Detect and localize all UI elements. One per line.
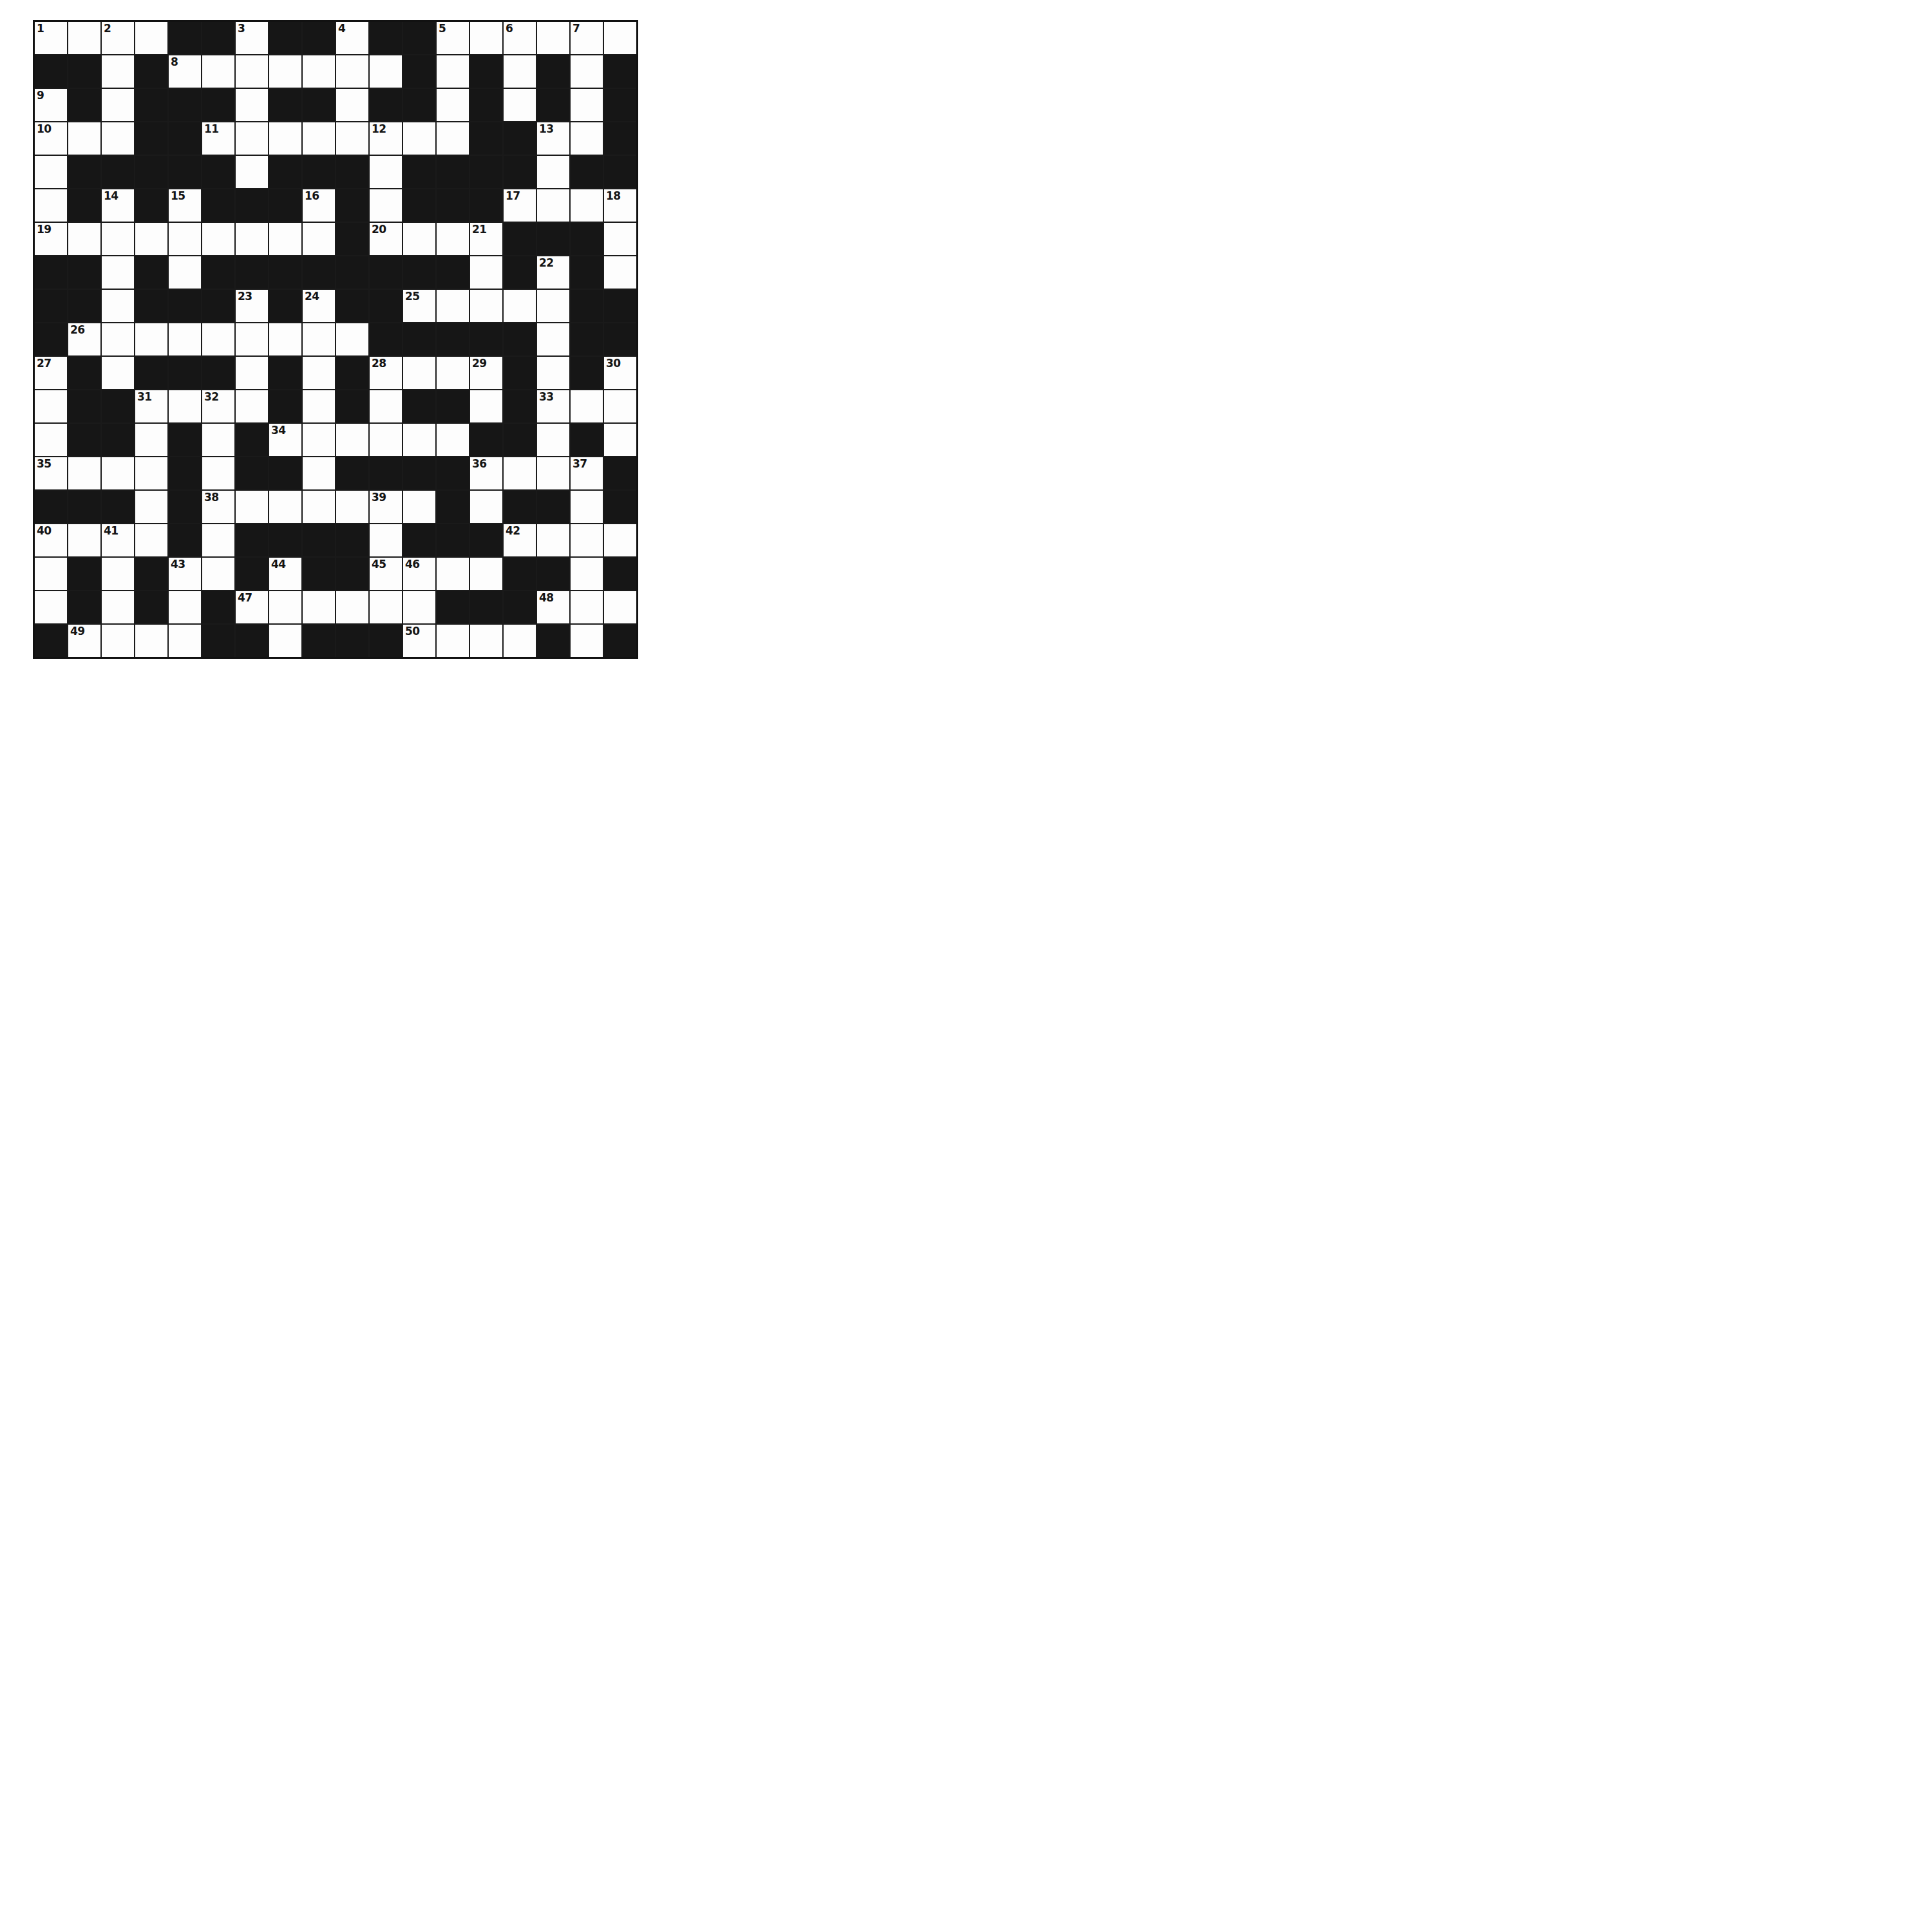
cell-r4c2[interactable] [68,122,100,155]
cell-r3c1[interactable]: 9 [35,89,67,121]
cell-r9c15[interactable] [504,290,536,322]
cell-r18c12[interactable] [403,591,435,623]
cell-r6c15[interactable]: 17 [504,189,536,222]
cell-r15c1 [35,491,67,523]
cell-r7c6[interactable] [202,223,234,255]
cell-r2c7[interactable] [236,55,268,88]
page: 1234567891011121314151617181920212223242… [0,0,644,663]
cell-r17c13[interactable] [437,558,469,590]
cell-r19c14[interactable] [470,625,502,657]
cell-r13c13[interactable] [437,424,469,456]
cell-r9c18 [604,290,636,322]
cell-r3c9 [303,89,335,121]
cell-r3c7[interactable] [236,89,268,121]
cell-r14c9[interactable] [303,457,335,489]
cell-r15c18 [604,491,636,523]
cell-r8c9 [303,256,335,289]
clue-number: 33 [539,391,554,403]
cell-r14c16[interactable] [537,457,569,489]
cell-r14c14[interactable]: 36 [470,457,502,489]
cell-r7c16 [537,223,569,255]
cell-r14c15[interactable] [504,457,536,489]
cell-r16c3[interactable]: 41 [102,524,134,556]
cell-r5c17 [571,156,603,188]
cell-r1c2[interactable] [68,22,100,54]
cell-r18c17[interactable] [571,591,603,623]
cell-r10c6[interactable] [202,323,234,355]
cell-r2c10[interactable] [336,55,368,88]
cell-r9c6 [202,290,234,322]
cell-r4c3[interactable] [102,122,134,155]
clue-number: 13 [539,123,554,135]
clue-number: 46 [405,558,420,571]
cell-r19c16 [537,625,569,657]
cell-r16c16[interactable] [537,524,569,556]
cell-r3c15[interactable] [504,89,536,121]
cell-r8c16[interactable]: 22 [537,256,569,289]
cell-r19c13[interactable] [437,625,469,657]
cell-r2c6[interactable] [202,55,234,88]
cell-r1c17[interactable]: 7 [571,22,603,54]
cell-r6c17[interactable] [571,189,603,222]
cell-r2c15[interactable] [504,55,536,88]
cell-r19c4[interactable] [135,625,167,657]
cell-r13c18[interactable] [604,424,636,456]
cell-r9c4 [135,290,167,322]
cell-r12c9[interactable] [303,390,335,422]
cell-r13c7 [236,424,268,456]
clue-number: 4 [338,23,345,35]
cell-r17c8[interactable]: 44 [269,558,301,590]
cell-r5c4 [135,156,167,188]
cell-r8c5[interactable] [169,256,201,289]
cell-r1c13[interactable]: 5 [437,22,469,54]
cell-r13c14 [470,424,502,456]
cell-r16c11[interactable] [370,524,402,556]
cell-r4c11[interactable]: 12 [370,122,402,155]
cell-r12c5[interactable] [169,390,201,422]
cell-r19c15[interactable] [504,625,536,657]
cell-r19c1 [35,625,67,657]
cell-r7c7[interactable] [236,223,268,255]
cell-r1c10[interactable]: 4 [336,22,368,54]
cell-r10c14 [470,323,502,355]
cell-r10c9[interactable] [303,323,335,355]
clue-number: 26 [70,324,85,336]
cell-r9c9[interactable]: 24 [303,290,335,322]
cell-r15c7[interactable] [236,491,268,523]
cell-r4c8[interactable] [269,122,301,155]
cell-r8c15 [504,256,536,289]
cell-r2c2 [68,55,100,88]
cell-r18c6 [202,591,234,623]
clue-number: 40 [37,525,52,537]
cell-r18c11[interactable] [370,591,402,623]
cell-r12c18[interactable] [604,390,636,422]
cell-r16c17[interactable] [571,524,603,556]
cell-r17c2 [68,558,100,590]
cell-r14c8 [269,457,301,489]
cell-r1c18[interactable] [604,22,636,54]
cell-r8c18[interactable] [604,256,636,289]
cell-r15c11[interactable]: 39 [370,491,402,523]
cell-r12c6[interactable]: 32 [202,390,234,422]
cell-r2c5[interactable]: 8 [169,55,201,88]
cell-r17c4 [135,558,167,590]
cell-r16c10 [336,524,368,556]
cell-r11c12[interactable] [403,357,435,389]
clue-number: 20 [372,223,386,236]
cell-r19c8[interactable] [269,625,301,657]
cell-r1c1[interactable]: 1 [35,22,67,54]
clue-number: 49 [70,625,85,638]
cell-r13c16[interactable] [537,424,569,456]
cell-r2c8[interactable] [269,55,301,88]
cell-r9c12[interactable]: 25 [403,290,435,322]
cell-r15c4[interactable] [135,491,167,523]
cell-r12c10 [336,390,368,422]
cell-r17c1[interactable] [35,558,67,590]
cell-r17c12[interactable]: 46 [403,558,435,590]
cell-r10c11 [370,323,402,355]
cell-r10c17 [571,323,603,355]
clue-number: 5 [439,23,446,35]
cell-r11c1[interactable]: 27 [35,357,67,389]
cell-r11c5 [169,357,201,389]
cell-r18c8[interactable] [269,591,301,623]
cell-r9c7[interactable]: 23 [236,290,268,322]
cell-r12c4[interactable]: 31 [135,390,167,422]
cell-r7c5[interactable] [169,223,201,255]
cell-r3c13[interactable] [437,89,469,121]
cell-r8c11 [370,256,402,289]
cell-r11c7[interactable] [236,357,268,389]
cell-r9c11 [370,290,402,322]
cell-r14c17[interactable]: 37 [571,457,603,489]
cell-r17c17[interactable] [571,558,603,590]
cell-r4c12[interactable] [403,122,435,155]
cell-r8c1 [35,256,67,289]
cell-r18c1[interactable] [35,591,67,623]
cell-r12c2 [68,390,100,422]
cell-r14c3[interactable] [102,457,134,489]
cell-r18c18[interactable] [604,591,636,623]
cell-r2c3[interactable] [102,55,134,88]
cell-r4c18 [604,122,636,155]
cell-r7c2[interactable] [68,223,100,255]
cell-r17c15 [504,558,536,590]
cell-r5c7[interactable] [236,156,268,188]
cell-r9c3[interactable] [102,290,134,322]
cell-r15c17[interactable] [571,491,603,523]
cell-r18c3[interactable] [102,591,134,623]
clue-number: 14 [104,190,118,202]
cell-r11c4 [135,357,167,389]
cell-r2c12 [403,55,435,88]
cell-r14c6[interactable] [202,457,234,489]
cell-r10c2[interactable]: 26 [68,323,100,355]
cell-r4c7[interactable] [236,122,268,155]
cell-r14c4[interactable] [135,457,167,489]
cell-r15c6[interactable]: 38 [202,491,234,523]
cell-r17c11[interactable]: 45 [370,558,402,590]
cell-r14c10 [336,457,368,489]
clue-number: 16 [305,190,319,202]
cell-r3c4 [135,89,167,121]
cell-r7c12[interactable] [403,223,435,255]
cell-r11c11[interactable]: 28 [370,357,402,389]
cell-r14c18 [604,457,636,489]
cell-r6c3[interactable]: 14 [102,189,134,222]
cell-r17c6[interactable] [202,558,234,590]
cell-r10c7[interactable] [236,323,268,355]
cell-r10c4[interactable] [135,323,167,355]
cell-r17c5[interactable]: 43 [169,558,201,590]
cell-r13c8[interactable]: 34 [269,424,301,456]
cell-r6c1[interactable] [35,189,67,222]
cell-r8c13 [437,256,469,289]
cell-r4c10[interactable] [336,122,368,155]
cell-r9c17 [571,290,603,322]
cell-r5c16[interactable] [537,156,569,188]
cell-r11c13[interactable] [437,357,469,389]
cell-r14c2[interactable] [68,457,100,489]
cell-r13c9[interactable] [303,424,335,456]
cell-r16c7 [236,524,268,556]
cell-r8c7 [236,256,268,289]
clue-number: 12 [372,123,386,135]
cell-r18c16[interactable]: 48 [537,591,569,623]
cell-r3c3[interactable] [102,89,134,121]
cell-r10c3[interactable] [102,323,134,355]
cell-r19c2[interactable]: 49 [68,625,100,657]
clue-number: 30 [606,357,621,370]
cell-r9c8 [269,290,301,322]
cell-r5c14 [470,156,502,188]
cell-r11c18[interactable]: 30 [604,357,636,389]
cell-r14c7 [236,457,268,489]
cell-r17c14[interactable] [470,558,502,590]
cell-r11c14[interactable]: 29 [470,357,502,389]
cell-r14c11 [370,457,402,489]
cell-r1c16[interactable] [537,22,569,54]
cell-r12c17[interactable] [571,390,603,422]
cell-r13c6[interactable] [202,424,234,456]
cell-r10c13 [437,323,469,355]
cell-r10c16[interactable] [537,323,569,355]
cell-r13c3 [102,424,134,456]
cell-r4c5 [169,122,201,155]
cell-r15c13 [437,491,469,523]
cell-r18c10[interactable] [336,591,368,623]
cell-r2c17[interactable] [571,55,603,88]
cell-r12c16[interactable]: 33 [537,390,569,422]
cell-r13c2 [68,424,100,456]
cell-r16c15[interactable]: 42 [504,524,536,556]
cell-r4c17[interactable] [571,122,603,155]
cell-r13c4[interactable] [135,424,167,456]
cell-r13c10[interactable] [336,424,368,456]
cell-r3c5 [169,89,201,121]
clue-number: 22 [539,257,554,269]
cell-r3c10[interactable] [336,89,368,121]
cell-r12c11[interactable] [370,390,402,422]
cell-r14c1[interactable]: 35 [35,457,67,489]
cell-r16c2[interactable] [68,524,100,556]
cell-r6c18[interactable]: 18 [604,189,636,222]
cell-r18c7[interactable]: 47 [236,591,268,623]
cell-r17c18 [604,558,636,590]
clue-number: 36 [472,458,487,470]
cell-r1c4[interactable] [135,22,167,54]
cell-r7c4[interactable] [135,223,167,255]
cell-r6c10 [336,189,368,222]
cell-r3c8 [269,89,301,121]
cell-r16c14 [470,524,502,556]
cell-r16c12 [403,524,435,556]
cell-r2c18 [604,55,636,88]
cell-r4c1[interactable]: 10 [35,122,67,155]
cell-r5c1[interactable] [35,156,67,188]
cell-r16c1[interactable]: 40 [35,524,67,556]
clue-number: 48 [539,592,554,604]
cell-r11c9[interactable] [303,357,335,389]
clue-number: 42 [506,525,520,537]
cell-r5c3 [102,156,134,188]
clue-number: 29 [472,357,487,370]
cell-r13c11[interactable] [370,424,402,456]
cell-r9c13[interactable] [437,290,469,322]
cell-r19c17[interactable] [571,625,603,657]
cell-r15c2 [68,491,100,523]
cell-r7c13[interactable] [437,223,469,255]
cell-r2c11[interactable] [370,55,402,88]
cell-r14c13 [437,457,469,489]
cell-r6c9[interactable]: 16 [303,189,335,222]
cell-r2c4 [135,55,167,88]
cell-r4c13[interactable] [437,122,469,155]
cell-r8c3[interactable] [102,256,134,289]
cell-r3c14 [470,89,502,121]
cell-r1c8 [269,22,301,54]
clue-number: 47 [238,592,252,604]
cell-r9c14[interactable] [470,290,502,322]
cell-r15c15 [504,491,536,523]
cell-r5c6 [202,156,234,188]
cell-r7c11[interactable]: 20 [370,223,402,255]
cell-r15c14[interactable] [470,491,502,523]
clue-number: 2 [104,23,111,35]
cell-r7c8[interactable] [269,223,301,255]
cell-r3c6 [202,89,234,121]
cell-r7c3[interactable] [102,223,134,255]
cell-r1c15[interactable]: 6 [504,22,536,54]
cell-r8c14[interactable] [470,256,502,289]
cell-r15c8[interactable] [269,491,301,523]
cell-r12c3 [102,390,134,422]
cell-r18c5[interactable] [169,591,201,623]
clue-number: 3 [238,23,245,35]
clue-number: 39 [372,491,386,504]
cell-r10c1 [35,323,67,355]
cell-r1c3[interactable]: 2 [102,22,134,54]
cell-r15c5 [169,491,201,523]
cell-r18c9[interactable] [303,591,335,623]
clue-number: 24 [305,290,319,303]
cell-r19c11 [370,625,402,657]
cell-r5c10 [336,156,368,188]
cell-r12c1[interactable] [35,390,67,422]
cell-r4c6[interactable]: 11 [202,122,234,155]
cell-r19c5[interactable] [169,625,201,657]
cell-r11c16[interactable] [537,357,569,389]
cell-r11c3[interactable] [102,357,134,389]
clue-number: 19 [37,223,52,236]
cell-r16c18[interactable] [604,524,636,556]
cell-r12c14[interactable] [470,390,502,422]
cell-r18c15 [504,591,536,623]
cell-r12c7[interactable] [236,390,268,422]
cell-r3c17[interactable] [571,89,603,121]
cell-r11c17 [571,357,603,389]
cell-r6c16[interactable] [537,189,569,222]
clue-number: 9 [37,90,44,102]
cell-r13c1[interactable] [35,424,67,456]
cell-r10c8[interactable] [269,323,301,355]
cell-r7c9[interactable] [303,223,335,255]
cell-r19c10 [336,625,368,657]
cell-r5c18 [604,156,636,188]
cell-r10c5[interactable] [169,323,201,355]
cell-r2c13[interactable] [437,55,469,88]
cell-r5c15 [504,156,536,188]
cell-r4c4 [135,122,167,155]
cell-r15c9[interactable] [303,491,335,523]
cell-r16c4[interactable] [135,524,167,556]
cell-r1c7[interactable]: 3 [236,22,268,54]
cell-r8c10 [336,256,368,289]
cell-r16c6[interactable] [202,524,234,556]
cell-r7c18[interactable] [604,223,636,255]
clue-number: 8 [171,56,178,68]
cell-r6c11[interactable] [370,189,402,222]
cell-r4c15 [504,122,536,155]
cell-r15c12[interactable] [403,491,435,523]
cell-r6c5[interactable]: 15 [169,189,201,222]
cell-r13c12[interactable] [403,424,435,456]
cell-r10c10[interactable] [336,323,368,355]
cell-r2c1 [35,55,67,88]
cell-r8c17 [571,256,603,289]
cell-r17c3[interactable] [102,558,134,590]
cell-r10c12 [403,323,435,355]
cell-r8c12 [403,256,435,289]
cell-r19c3[interactable] [102,625,134,657]
cell-r7c1[interactable]: 19 [35,223,67,255]
cell-r5c11[interactable] [370,156,402,188]
cell-r13c17 [571,424,603,456]
cell-r4c9[interactable] [303,122,335,155]
cell-r19c12[interactable]: 50 [403,625,435,657]
cell-r6c12 [403,189,435,222]
cell-r4c16[interactable]: 13 [537,122,569,155]
cell-r1c14[interactable] [470,22,502,54]
cell-r15c10[interactable] [336,491,368,523]
cell-r9c16[interactable] [537,290,569,322]
cell-r19c9 [303,625,335,657]
cell-r2c9[interactable] [303,55,335,88]
cell-r7c14[interactable]: 21 [470,223,502,255]
